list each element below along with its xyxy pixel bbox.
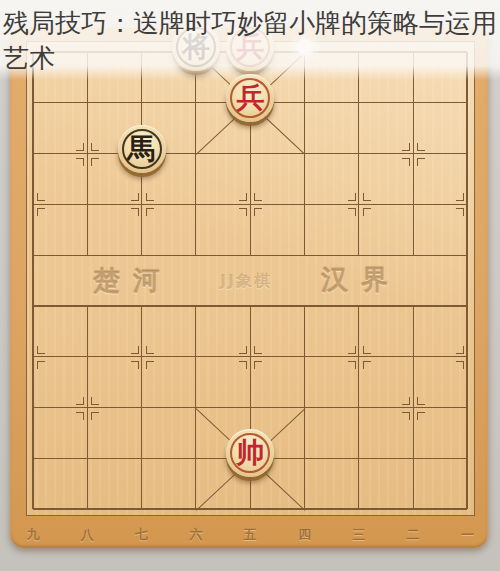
piece-red-soldier-front[interactable]: 兵	[226, 74, 274, 122]
file-label: 六	[189, 526, 202, 544]
file-label: 八	[81, 526, 94, 544]
file-label: 七	[135, 526, 148, 544]
file-label: 五	[244, 526, 257, 544]
piece-glyph: 帅	[226, 429, 274, 477]
xiangqi-board[interactable]: 楚河 JJ象棋 汉界 九八七六五四三二一 将兵兵馬帅	[10, 26, 488, 548]
file-labels: 九八七六五四三二一	[33, 526, 468, 546]
file-label: 一	[461, 526, 474, 544]
piece-red-general[interactable]: 帅	[226, 429, 274, 477]
screenshot-root: 楚河 JJ象棋 汉界 九八七六五四三二一 将兵兵馬帅 残局技巧：送牌时巧妙留小牌…	[0, 0, 500, 571]
file-label: 九	[27, 526, 40, 544]
file-label: 二	[407, 526, 420, 544]
piece-black-horse[interactable]: 馬	[118, 125, 166, 173]
file-label: 四	[298, 526, 311, 544]
piece-glyph: 兵	[226, 74, 274, 122]
page-title: 残局技巧：送牌时巧妙留小牌的策略与运用艺术	[0, 0, 500, 76]
file-label: 三	[352, 526, 365, 544]
title-overlay: 残局技巧：送牌时巧妙留小牌的策略与运用艺术	[0, 0, 500, 80]
pieces-layer: 将兵兵馬帅	[33, 52, 468, 510]
piece-glyph: 馬	[118, 125, 166, 173]
